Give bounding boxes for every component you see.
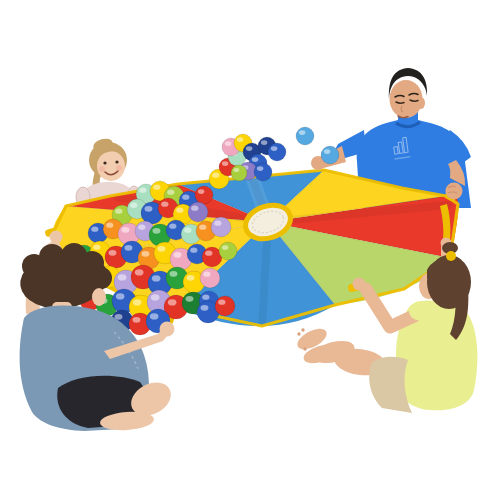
play-ball [231, 165, 247, 181]
play-ball [188, 202, 208, 222]
play-ball [195, 186, 213, 204]
play-ball [296, 127, 314, 145]
girl-left-hand [353, 278, 366, 291]
toddler-girl-cheek-left [99, 166, 105, 172]
play-ball [321, 146, 339, 164]
man-ear [417, 97, 425, 109]
man-right-hand [446, 183, 463, 200]
boy-hair-curl [90, 267, 112, 289]
girl-scrunchie [446, 251, 456, 261]
toddler-girl-eye-left [103, 161, 106, 164]
toddler-girl-eye-right [115, 160, 118, 163]
boy-left-hand [50, 231, 63, 244]
play-ball [219, 242, 237, 260]
girl-toe [303, 347, 306, 350]
play-ball [211, 217, 231, 237]
play-ball [254, 163, 272, 181]
boy-right-hand [160, 322, 175, 337]
play-ball [215, 296, 235, 316]
toddler-girl-cheek-right [116, 165, 122, 171]
man-face [390, 80, 423, 118]
girl-toe [297, 332, 300, 335]
girl-left-arm [366, 289, 416, 327]
scene-canvas [0, 0, 500, 500]
play-ball [200, 268, 220, 288]
girl-sleeve [409, 301, 433, 321]
product-photo-parachute-play [0, 0, 500, 500]
boy-cheek [92, 288, 106, 306]
girl-toe [301, 328, 304, 331]
play-ball [268, 143, 286, 161]
